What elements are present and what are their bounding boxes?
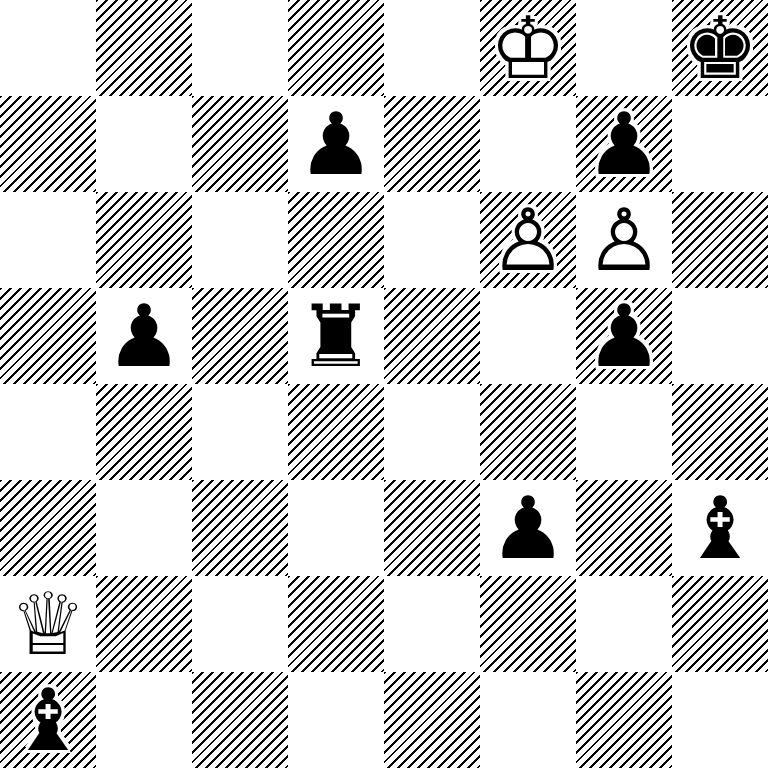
square-d1[interactable] (288, 672, 384, 768)
square-g4[interactable] (576, 384, 672, 480)
black-bishop-a1[interactable]: ♝♝ (0, 672, 96, 768)
white-pawn-f6[interactable]: ♟♙ (480, 192, 576, 288)
square-a1[interactable]: ♝♝ (0, 672, 96, 768)
square-g5[interactable]: ♟♟ (576, 288, 672, 384)
square-e4[interactable] (384, 384, 480, 480)
square-f4[interactable] (480, 384, 576, 480)
square-e1[interactable] (384, 672, 480, 768)
square-h1[interactable] (672, 672, 768, 768)
square-e7[interactable] (384, 96, 480, 192)
square-d5[interactable]: ♜♜ (288, 288, 384, 384)
black-pawn-b5[interactable]: ♟♟ (96, 288, 192, 384)
black-pawn-f3[interactable]: ♟♟ (480, 480, 576, 576)
black-bishop-h3[interactable]: ♝♝ (672, 480, 768, 576)
square-e3[interactable] (384, 480, 480, 576)
square-e2[interactable] (384, 576, 480, 672)
square-c5[interactable] (192, 288, 288, 384)
piece-glyph[interactable]: ♟ (96, 288, 192, 384)
piece-glyph[interactable]: ♔ (480, 0, 576, 96)
piece-glyph[interactable]: ♙ (480, 192, 576, 288)
piece-glyph[interactable]: ♝ (0, 672, 96, 768)
piece-glyph[interactable]: ♟ (480, 480, 576, 576)
square-h5[interactable] (672, 288, 768, 384)
black-pawn-g5[interactable]: ♟♟ (576, 288, 672, 384)
square-c7[interactable] (192, 96, 288, 192)
square-g8[interactable] (576, 0, 672, 96)
square-b2[interactable] (96, 576, 192, 672)
square-h8[interactable]: ♚♚ (672, 0, 768, 96)
square-a2[interactable]: ♛♕ (0, 576, 96, 672)
square-f6[interactable]: ♟♙ (480, 192, 576, 288)
square-a8[interactable] (0, 0, 96, 96)
piece-glyph[interactable]: ♚ (672, 0, 768, 96)
square-b3[interactable] (96, 480, 192, 576)
black-king-h8[interactable]: ♚♚ (672, 0, 768, 96)
square-c2[interactable] (192, 576, 288, 672)
square-h6[interactable] (672, 192, 768, 288)
square-a4[interactable] (0, 384, 96, 480)
black-pawn-g7[interactable]: ♟♟ (576, 96, 672, 192)
white-queen-a2[interactable]: ♛♕ (0, 576, 96, 672)
square-d8[interactable] (288, 0, 384, 96)
square-f7[interactable] (480, 96, 576, 192)
square-f8[interactable]: ♚♔ (480, 0, 576, 96)
piece-glyph[interactable]: ♟ (288, 96, 384, 192)
square-f5[interactable] (480, 288, 576, 384)
chess-board: ♚♔♚♚♟♟♟♟♟♙♟♙♟♟♜♜♟♟♟♟♝♝♛♕♝♝ (0, 0, 768, 768)
square-g2[interactable] (576, 576, 672, 672)
square-f3[interactable]: ♟♟ (480, 480, 576, 576)
piece-glyph[interactable]: ♝ (672, 480, 768, 576)
square-a6[interactable] (0, 192, 96, 288)
square-d2[interactable] (288, 576, 384, 672)
piece-glyph[interactable]: ♕ (0, 576, 96, 672)
square-g7[interactable]: ♟♟ (576, 96, 672, 192)
square-d3[interactable] (288, 480, 384, 576)
square-b1[interactable] (96, 672, 192, 768)
black-pawn-d7[interactable]: ♟♟ (288, 96, 384, 192)
square-a7[interactable] (0, 96, 96, 192)
square-d4[interactable] (288, 384, 384, 480)
square-g1[interactable] (576, 672, 672, 768)
piece-glyph[interactable]: ♟ (576, 96, 672, 192)
square-a5[interactable] (0, 288, 96, 384)
square-b4[interactable] (96, 384, 192, 480)
square-e6[interactable] (384, 192, 480, 288)
square-b6[interactable] (96, 192, 192, 288)
square-b8[interactable] (96, 0, 192, 96)
square-g3[interactable] (576, 480, 672, 576)
square-c3[interactable] (192, 480, 288, 576)
white-king-f8[interactable]: ♚♔ (480, 0, 576, 96)
square-h2[interactable] (672, 576, 768, 672)
square-e5[interactable] (384, 288, 480, 384)
square-c1[interactable] (192, 672, 288, 768)
square-g6[interactable]: ♟♙ (576, 192, 672, 288)
square-f2[interactable] (480, 576, 576, 672)
square-b7[interactable] (96, 96, 192, 192)
square-c8[interactable] (192, 0, 288, 96)
square-a3[interactable] (0, 480, 96, 576)
square-f1[interactable] (480, 672, 576, 768)
square-c4[interactable] (192, 384, 288, 480)
piece-glyph[interactable]: ♜ (288, 288, 384, 384)
square-d7[interactable]: ♟♟ (288, 96, 384, 192)
white-pawn-g6[interactable]: ♟♙ (576, 192, 672, 288)
square-h4[interactable] (672, 384, 768, 480)
square-e8[interactable] (384, 0, 480, 96)
piece-glyph[interactable]: ♟ (576, 288, 672, 384)
square-c6[interactable] (192, 192, 288, 288)
black-rook-d5[interactable]: ♜♜ (288, 288, 384, 384)
square-h3[interactable]: ♝♝ (672, 480, 768, 576)
square-d6[interactable] (288, 192, 384, 288)
square-b5[interactable]: ♟♟ (96, 288, 192, 384)
piece-glyph[interactable]: ♙ (576, 192, 672, 288)
square-h7[interactable] (672, 96, 768, 192)
